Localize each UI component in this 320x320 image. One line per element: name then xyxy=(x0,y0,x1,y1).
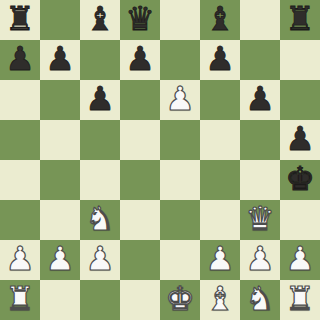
square-a3[interactable] xyxy=(0,200,40,240)
square-a6[interactable] xyxy=(0,80,40,120)
piece-black-pawn-f7[interactable]: ♟ xyxy=(205,40,235,79)
piece-white-pawn-b2[interactable]: ♟ xyxy=(45,240,75,279)
piece-white-pawn-f2[interactable]: ♟ xyxy=(205,240,235,279)
square-g2[interactable]: ♟ xyxy=(240,240,280,280)
piece-black-pawn-a7[interactable]: ♟ xyxy=(5,40,35,79)
piece-white-pawn-g2[interactable]: ♟ xyxy=(245,240,275,279)
square-c6[interactable]: ♟ xyxy=(80,80,120,120)
square-b7[interactable]: ♟ xyxy=(40,40,80,80)
piece-white-bishop-f1[interactable]: ♝ xyxy=(205,280,235,319)
square-d4[interactable] xyxy=(120,160,160,200)
square-g3[interactable]: ♛ xyxy=(240,200,280,240)
square-f4[interactable] xyxy=(200,160,240,200)
piece-black-pawn-b7[interactable]: ♟ xyxy=(45,40,75,79)
piece-black-rook-h8[interactable]: ♜ xyxy=(285,0,315,39)
square-f5[interactable] xyxy=(200,120,240,160)
square-b5[interactable] xyxy=(40,120,80,160)
square-g8[interactable] xyxy=(240,0,280,40)
piece-black-queen-d8[interactable]: ♛ xyxy=(125,0,155,39)
piece-white-knight-c3[interactable]: ♞ xyxy=(85,200,115,239)
chess-board-container: ♜♝♛♝♜♟♟♟♟♟♟♟♟♚♞♛♟♟♟♟♟♟♜♚♝♞♜ xyxy=(0,0,320,320)
square-d2[interactable] xyxy=(120,240,160,280)
square-f2[interactable]: ♟ xyxy=(200,240,240,280)
square-c8[interactable]: ♝ xyxy=(80,0,120,40)
piece-black-pawn-g6[interactable]: ♟ xyxy=(245,80,275,119)
square-g6[interactable]: ♟ xyxy=(240,80,280,120)
piece-white-queen-g3[interactable]: ♛ xyxy=(245,200,275,239)
square-f7[interactable]: ♟ xyxy=(200,40,240,80)
square-b3[interactable] xyxy=(40,200,80,240)
square-a2[interactable]: ♟ xyxy=(0,240,40,280)
square-e2[interactable] xyxy=(160,240,200,280)
square-f1[interactable]: ♝ xyxy=(200,280,240,320)
square-a8[interactable]: ♜ xyxy=(0,0,40,40)
square-f8[interactable]: ♝ xyxy=(200,0,240,40)
square-c2[interactable]: ♟ xyxy=(80,240,120,280)
piece-white-pawn-c2[interactable]: ♟ xyxy=(85,240,115,279)
square-h6[interactable] xyxy=(280,80,320,120)
square-e8[interactable] xyxy=(160,0,200,40)
square-a1[interactable]: ♜ xyxy=(0,280,40,320)
square-c3[interactable]: ♞ xyxy=(80,200,120,240)
square-c5[interactable] xyxy=(80,120,120,160)
piece-white-king-e1[interactable]: ♚ xyxy=(165,280,195,319)
square-f3[interactable] xyxy=(200,200,240,240)
piece-black-bishop-c8[interactable]: ♝ xyxy=(85,0,115,39)
square-c1[interactable] xyxy=(80,280,120,320)
piece-white-rook-h1[interactable]: ♜ xyxy=(285,280,315,319)
piece-white-pawn-e6[interactable]: ♟ xyxy=(165,80,195,119)
square-e5[interactable] xyxy=(160,120,200,160)
square-f6[interactable] xyxy=(200,80,240,120)
square-b6[interactable] xyxy=(40,80,80,120)
square-a5[interactable] xyxy=(0,120,40,160)
square-b1[interactable] xyxy=(40,280,80,320)
piece-black-king-h4[interactable]: ♚ xyxy=(285,160,315,199)
square-e1[interactable]: ♚ xyxy=(160,280,200,320)
square-h8[interactable]: ♜ xyxy=(280,0,320,40)
square-h2[interactable]: ♟ xyxy=(280,240,320,280)
square-c7[interactable] xyxy=(80,40,120,80)
square-d1[interactable] xyxy=(120,280,160,320)
square-d6[interactable] xyxy=(120,80,160,120)
square-g4[interactable] xyxy=(240,160,280,200)
square-g1[interactable]: ♞ xyxy=(240,280,280,320)
chess-board: ♜♝♛♝♜♟♟♟♟♟♟♟♟♚♞♛♟♟♟♟♟♟♜♚♝♞♜ xyxy=(0,0,320,320)
piece-black-pawn-c6[interactable]: ♟ xyxy=(85,80,115,119)
square-d8[interactable]: ♛ xyxy=(120,0,160,40)
piece-black-pawn-d7[interactable]: ♟ xyxy=(125,40,155,79)
piece-white-pawn-h2[interactable]: ♟ xyxy=(285,240,315,279)
piece-black-rook-a8[interactable]: ♜ xyxy=(5,0,35,39)
square-e7[interactable] xyxy=(160,40,200,80)
piece-black-pawn-h5[interactable]: ♟ xyxy=(285,120,315,159)
square-g7[interactable] xyxy=(240,40,280,80)
piece-black-bishop-f8[interactable]: ♝ xyxy=(205,0,235,39)
square-a4[interactable] xyxy=(0,160,40,200)
piece-white-pawn-a2[interactable]: ♟ xyxy=(5,240,35,279)
square-b8[interactable] xyxy=(40,0,80,40)
square-e6[interactable]: ♟ xyxy=(160,80,200,120)
square-b4[interactable] xyxy=(40,160,80,200)
square-h3[interactable] xyxy=(280,200,320,240)
piece-white-rook-a1[interactable]: ♜ xyxy=(5,280,35,319)
square-c4[interactable] xyxy=(80,160,120,200)
square-h5[interactable]: ♟ xyxy=(280,120,320,160)
square-h7[interactable] xyxy=(280,40,320,80)
square-d3[interactable] xyxy=(120,200,160,240)
square-d7[interactable]: ♟ xyxy=(120,40,160,80)
square-e4[interactable] xyxy=(160,160,200,200)
square-h4[interactable]: ♚ xyxy=(280,160,320,200)
square-h1[interactable]: ♜ xyxy=(280,280,320,320)
square-a7[interactable]: ♟ xyxy=(0,40,40,80)
piece-white-knight-g1[interactable]: ♞ xyxy=(245,280,275,319)
square-d5[interactable] xyxy=(120,120,160,160)
square-g5[interactable] xyxy=(240,120,280,160)
square-e3[interactable] xyxy=(160,200,200,240)
square-b2[interactable]: ♟ xyxy=(40,240,80,280)
